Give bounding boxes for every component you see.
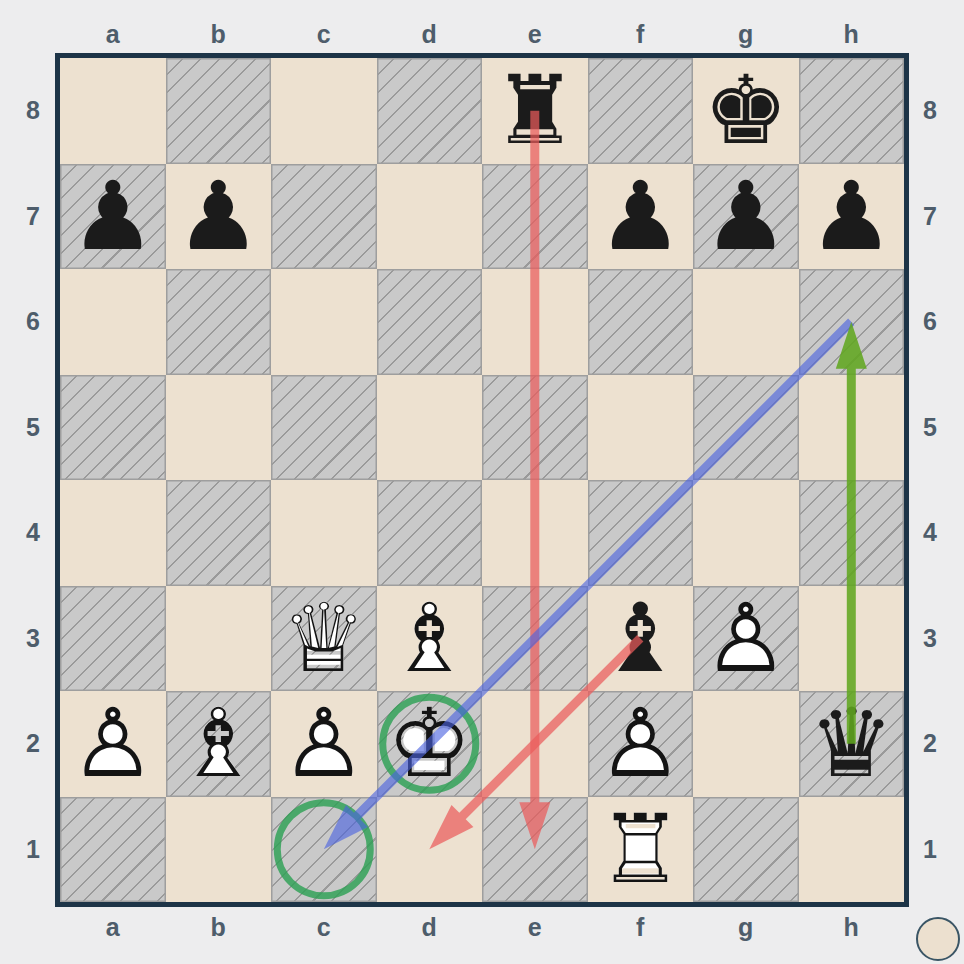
rank-label-4: 4 xyxy=(18,480,48,586)
square-d3[interactable]: ♝♗ xyxy=(377,586,483,692)
file-label-a: a xyxy=(60,913,166,943)
file-label-g: g xyxy=(693,913,799,943)
square-f1[interactable]: ♜♖ xyxy=(588,797,694,903)
file-label-f: f xyxy=(588,913,694,943)
square-e8[interactable]: ♜ xyxy=(482,58,588,164)
black-pawn-g7[interactable]: ♟ xyxy=(693,164,799,270)
white-to-move-indicator xyxy=(916,917,960,961)
square-e6[interactable] xyxy=(482,269,588,375)
white-queen-c3[interactable]: ♛♕ xyxy=(271,586,377,692)
white-pawn-c2[interactable]: ♟♙ xyxy=(271,691,377,797)
square-f8[interactable] xyxy=(588,58,694,164)
square-h7[interactable]: ♟ xyxy=(799,164,905,270)
file-label-h: h xyxy=(799,913,905,943)
file-label-e: e xyxy=(482,20,588,50)
square-f2[interactable]: ♟♙ xyxy=(588,691,694,797)
square-d1[interactable] xyxy=(377,797,483,903)
square-c3[interactable]: ♛♕ xyxy=(271,586,377,692)
square-h2[interactable]: ♛ xyxy=(799,691,905,797)
square-g3[interactable]: ♟♙ xyxy=(693,586,799,692)
square-c5[interactable] xyxy=(271,375,377,481)
black-queen-h2[interactable]: ♛ xyxy=(799,691,905,797)
square-f4[interactable] xyxy=(588,480,694,586)
square-a1[interactable] xyxy=(60,797,166,903)
square-e2[interactable] xyxy=(482,691,588,797)
square-g4[interactable] xyxy=(693,480,799,586)
white-pawn-g3[interactable]: ♟♙ xyxy=(693,586,799,692)
square-e5[interactable] xyxy=(482,375,588,481)
rank-label-6: 6 xyxy=(915,269,945,375)
square-b5[interactable] xyxy=(166,375,272,481)
board-frame: ♜♚♟♟♟♟♟♛♕♝♗♝♟♙♟♙♝♗♟♙♚♔♟♙♛♜♖ xyxy=(55,53,909,907)
rank-label-6: 6 xyxy=(18,269,48,375)
white-bishop-outline: ♗ xyxy=(387,586,472,691)
square-g8[interactable]: ♚ xyxy=(693,58,799,164)
rank-label-2: 2 xyxy=(18,691,48,797)
square-d5[interactable] xyxy=(377,375,483,481)
white-pawn-outline: ♙ xyxy=(70,691,155,796)
square-a7[interactable]: ♟ xyxy=(60,164,166,270)
square-f7[interactable]: ♟ xyxy=(588,164,694,270)
white-pawn-a2[interactable]: ♟♙ xyxy=(60,691,166,797)
white-queen-outline: ♕ xyxy=(281,586,366,691)
file-label-b: b xyxy=(166,913,272,943)
square-a3[interactable] xyxy=(60,586,166,692)
square-b1[interactable] xyxy=(166,797,272,903)
rank-label-7: 7 xyxy=(915,164,945,270)
rank-label-2: 2 xyxy=(915,691,945,797)
square-d2[interactable]: ♚♔ xyxy=(377,691,483,797)
square-e3[interactable] xyxy=(482,586,588,692)
rank-label-8: 8 xyxy=(915,58,945,164)
square-a4[interactable] xyxy=(60,480,166,586)
white-bishop-outline: ♗ xyxy=(176,691,261,796)
chess-board: ♜♚♟♟♟♟♟♛♕♝♗♝♟♙♟♙♝♗♟♙♚♔♟♙♛♜♖ xyxy=(60,58,904,902)
square-h1[interactable] xyxy=(799,797,905,903)
square-b2[interactable]: ♝♗ xyxy=(166,691,272,797)
square-b3[interactable] xyxy=(166,586,272,692)
square-g7[interactable]: ♟ xyxy=(693,164,799,270)
square-c7[interactable] xyxy=(271,164,377,270)
rank-label-8: 8 xyxy=(18,58,48,164)
file-label-a: a xyxy=(60,20,166,50)
square-c8[interactable] xyxy=(271,58,377,164)
square-c4[interactable] xyxy=(271,480,377,586)
file-label-e: e xyxy=(482,913,588,943)
white-rook-f1[interactable]: ♜♖ xyxy=(588,797,694,903)
white-pawn-outline: ♙ xyxy=(703,586,788,691)
file-labels-bottom: abcdefgh xyxy=(60,913,904,943)
square-g2[interactable] xyxy=(693,691,799,797)
square-e1[interactable] xyxy=(482,797,588,903)
file-label-c: c xyxy=(271,913,377,943)
white-rook-outline: ♖ xyxy=(598,797,683,902)
rank-label-5: 5 xyxy=(18,375,48,481)
rank-label-3: 3 xyxy=(915,586,945,692)
square-g6[interactable] xyxy=(693,269,799,375)
black-pawn-a7[interactable]: ♟ xyxy=(60,164,166,270)
square-e7[interactable] xyxy=(482,164,588,270)
white-pawn-outline: ♙ xyxy=(598,691,683,796)
file-labels-top: abcdefgh xyxy=(60,20,904,50)
black-rook-e8[interactable]: ♜ xyxy=(482,58,588,164)
square-h3[interactable] xyxy=(799,586,905,692)
square-f6[interactable] xyxy=(588,269,694,375)
file-label-d: d xyxy=(377,20,483,50)
square-h4[interactable] xyxy=(799,480,905,586)
square-g1[interactable] xyxy=(693,797,799,903)
rank-labels-right: 87654321 xyxy=(915,58,945,902)
square-g5[interactable] xyxy=(693,375,799,481)
square-h6[interactable] xyxy=(799,269,905,375)
square-d6[interactable] xyxy=(377,269,483,375)
square-b7[interactable]: ♟ xyxy=(166,164,272,270)
square-f3[interactable]: ♝ xyxy=(588,586,694,692)
rank-label-1: 1 xyxy=(18,797,48,903)
white-king-d2[interactable]: ♚♔ xyxy=(377,691,483,797)
rank-label-3: 3 xyxy=(18,586,48,692)
white-king-outline: ♔ xyxy=(387,691,472,796)
black-pawn-b7[interactable]: ♟ xyxy=(166,164,272,270)
rank-label-4: 4 xyxy=(915,480,945,586)
white-pawn-f2[interactable]: ♟♙ xyxy=(588,691,694,797)
white-pawn-outline: ♙ xyxy=(281,691,366,796)
file-label-h: h xyxy=(799,20,905,50)
rank-labels-left: 87654321 xyxy=(18,58,48,902)
square-a2[interactable]: ♟♙ xyxy=(60,691,166,797)
square-c6[interactable] xyxy=(271,269,377,375)
file-label-b: b xyxy=(166,20,272,50)
black-pawn-h7[interactable]: ♟ xyxy=(799,164,905,270)
square-b6[interactable] xyxy=(166,269,272,375)
black-pawn-f7[interactable]: ♟ xyxy=(588,164,694,270)
square-a8[interactable] xyxy=(60,58,166,164)
square-b8[interactable] xyxy=(166,58,272,164)
rank-label-7: 7 xyxy=(18,164,48,270)
white-bishop-d3[interactable]: ♝♗ xyxy=(377,586,483,692)
chess-analysis-page: abcdefgh 87654321 87654321 abcdefgh ♜♚♟♟… xyxy=(0,0,964,964)
square-h5[interactable] xyxy=(799,375,905,481)
black-king-g8[interactable]: ♚ xyxy=(693,58,799,164)
rank-label-1: 1 xyxy=(915,797,945,903)
white-bishop-b2[interactable]: ♝♗ xyxy=(166,691,272,797)
square-h8[interactable] xyxy=(799,58,905,164)
file-label-c: c xyxy=(271,20,377,50)
square-d4[interactable] xyxy=(377,480,483,586)
square-d8[interactable] xyxy=(377,58,483,164)
square-c1[interactable] xyxy=(271,797,377,903)
file-label-g: g xyxy=(693,20,799,50)
rank-label-5: 5 xyxy=(915,375,945,481)
black-bishop-f3[interactable]: ♝ xyxy=(588,586,694,692)
square-b4[interactable] xyxy=(166,480,272,586)
file-label-f: f xyxy=(588,20,694,50)
square-e4[interactable] xyxy=(482,480,588,586)
file-label-d: d xyxy=(377,913,483,943)
square-a6[interactable] xyxy=(60,269,166,375)
square-c2[interactable]: ♟♙ xyxy=(271,691,377,797)
square-a5[interactable] xyxy=(60,375,166,481)
square-d7[interactable] xyxy=(377,164,483,270)
square-f5[interactable] xyxy=(588,375,694,481)
